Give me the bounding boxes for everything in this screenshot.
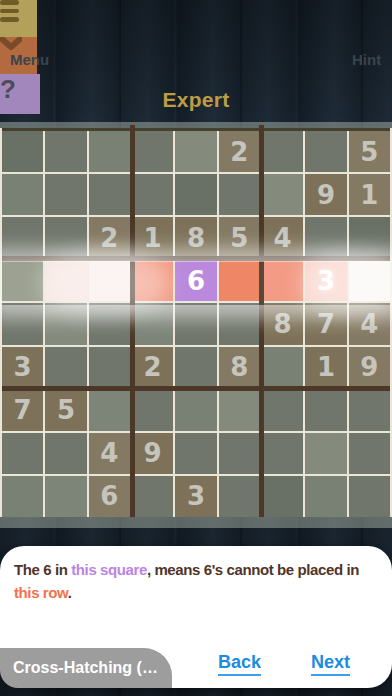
tutorial-text-highlight-orange: this row bbox=[14, 584, 68, 601]
lesson-name-label: Cross-Hatching (… bbox=[13, 659, 158, 677]
sudoku-cell-r2c5[interactable] bbox=[175, 174, 216, 215]
menu-button[interactable] bbox=[0, 0, 37, 37]
sudoku-cell-r9c3[interactable]: 6 bbox=[89, 476, 130, 517]
sudoku-cell-r2c6[interactable] bbox=[219, 174, 260, 215]
sudoku-cell-r2c4[interactable] bbox=[132, 174, 173, 215]
sudoku-cell-r5c6[interactable] bbox=[219, 303, 260, 344]
sudoku-cell-r7c6[interactable] bbox=[219, 390, 260, 431]
sudoku-cell-r9c4[interactable] bbox=[132, 476, 173, 517]
sudoku-cell-r6c4[interactable]: 2 bbox=[132, 347, 173, 388]
tutorial-text-part: . bbox=[68, 584, 72, 601]
sudoku-cell-r8c5[interactable] bbox=[175, 433, 216, 474]
sudoku-cell-r1c3[interactable] bbox=[89, 131, 130, 172]
sudoku-cell-r9c5[interactable]: 3 bbox=[175, 476, 216, 517]
sudoku-cell-r6c1[interactable]: 3 bbox=[2, 347, 43, 388]
sudoku-cell-r3c5[interactable]: 8 bbox=[175, 217, 216, 258]
tutorial-panel: The 6 in this square, means 6's cannot b… bbox=[0, 546, 392, 688]
next-button[interactable]: Next bbox=[311, 652, 350, 676]
sudoku-cell-r2c2[interactable] bbox=[45, 174, 86, 215]
sudoku-cell-r5c8[interactable]: 7 bbox=[305, 303, 346, 344]
tutorial-text-highlight-purple: this square bbox=[71, 561, 147, 578]
sudoku-cell-r3c1[interactable] bbox=[2, 217, 43, 258]
tutorial-text-part: , means 6's cannot be placed in bbox=[147, 561, 359, 578]
sudoku-cell-r4c4[interactable] bbox=[132, 260, 173, 301]
sudoku-cell-r3c7[interactable]: 4 bbox=[262, 217, 303, 258]
sudoku-cell-r5c2[interactable] bbox=[45, 303, 86, 344]
sudoku-cell-r4c5[interactable]: 6 bbox=[175, 260, 216, 301]
sudoku-cell-r2c3[interactable] bbox=[89, 174, 130, 215]
sudoku-cell-r6c6[interactable]: 8 bbox=[219, 347, 260, 388]
sudoku-cell-r3c8[interactable] bbox=[305, 217, 346, 258]
sudoku-cell-r2c8[interactable]: 9 bbox=[305, 174, 346, 215]
sudoku-cell-r9c2[interactable] bbox=[45, 476, 86, 517]
sudoku-cell-r5c1[interactable] bbox=[2, 303, 43, 344]
sudoku-cell-r8c6[interactable] bbox=[219, 433, 260, 474]
sudoku-cell-r4c7[interactable] bbox=[262, 260, 303, 301]
sudoku-cell-r7c7[interactable] bbox=[262, 390, 303, 431]
sudoku-cell-r3c2[interactable] bbox=[45, 217, 86, 258]
sudoku-cell-r9c6[interactable] bbox=[219, 476, 260, 517]
difficulty-title: Expert bbox=[0, 88, 392, 112]
back-button[interactable]: Back bbox=[218, 652, 261, 676]
menu-button-label: Menu bbox=[10, 51, 49, 68]
sudoku-cell-r3c6[interactable]: 5 bbox=[219, 217, 260, 258]
sudoku-cell-r1c4[interactable] bbox=[132, 131, 173, 172]
sudoku-cell-r8c1[interactable] bbox=[2, 433, 43, 474]
sudoku-cell-r1c1[interactable] bbox=[2, 131, 43, 172]
sudoku-cell-r3c9[interactable] bbox=[349, 217, 390, 258]
sudoku-cell-r7c4[interactable] bbox=[132, 390, 173, 431]
sudoku-cell-r5c5[interactable] bbox=[175, 303, 216, 344]
sudoku-cell-r2c7[interactable] bbox=[262, 174, 303, 215]
sudoku-cell-r8c4[interactable]: 9 bbox=[132, 433, 173, 474]
sudoku-cell-r6c7[interactable] bbox=[262, 347, 303, 388]
sudoku-cell-r5c7[interactable]: 8 bbox=[262, 303, 303, 344]
sudoku-cell-r9c9[interactable] bbox=[349, 476, 390, 517]
sudoku-cell-r4c1[interactable] bbox=[2, 260, 43, 301]
sudoku-cell-r4c8[interactable]: 3 bbox=[305, 260, 346, 301]
sudoku-cell-r6c9[interactable]: 9 bbox=[349, 347, 390, 388]
lesson-name-tab[interactable]: Cross-Hatching (… bbox=[0, 648, 172, 688]
sudoku-cell-r5c3[interactable] bbox=[89, 303, 130, 344]
sudoku-cell-r6c8[interactable]: 1 bbox=[305, 347, 346, 388]
sudoku-board: 2591218546387432819754963 bbox=[0, 122, 392, 528]
sudoku-cell-r5c4[interactable] bbox=[132, 303, 173, 344]
sudoku-cell-r8c9[interactable] bbox=[349, 433, 390, 474]
sudoku-cell-r8c3[interactable]: 4 bbox=[89, 433, 130, 474]
sudoku-cell-r1c7[interactable] bbox=[262, 131, 303, 172]
sudoku-cell-r9c1[interactable] bbox=[2, 476, 43, 517]
sudoku-cell-r7c9[interactable] bbox=[349, 390, 390, 431]
sudoku-cell-r9c8[interactable] bbox=[305, 476, 346, 517]
sudoku-cell-r6c2[interactable] bbox=[45, 347, 86, 388]
sudoku-cell-r2c9[interactable]: 1 bbox=[349, 174, 390, 215]
sudoku-cell-r4c9[interactable] bbox=[349, 260, 390, 301]
sudoku-cell-r1c8[interactable] bbox=[305, 131, 346, 172]
sudoku-grid: 2591218546387432819754963 bbox=[2, 128, 390, 517]
sudoku-cell-r7c8[interactable] bbox=[305, 390, 346, 431]
sudoku-cell-r1c9[interactable]: 5 bbox=[349, 131, 390, 172]
sudoku-cell-r5c9[interactable]: 4 bbox=[349, 303, 390, 344]
sudoku-cell-r1c5[interactable] bbox=[175, 131, 216, 172]
sudoku-cell-r6c3[interactable] bbox=[89, 347, 130, 388]
sudoku-cell-r1c6[interactable]: 2 bbox=[219, 131, 260, 172]
sudoku-cell-r4c2[interactable] bbox=[45, 260, 86, 301]
hint-button-label: Hint bbox=[352, 51, 381, 68]
tutorial-nav: Back Next bbox=[218, 652, 350, 676]
sudoku-cell-r2c1[interactable] bbox=[2, 174, 43, 215]
sudoku-cell-r7c5[interactable] bbox=[175, 390, 216, 431]
sudoku-cell-r8c2[interactable] bbox=[45, 433, 86, 474]
tutorial-text: The 6 in this square, means 6's cannot b… bbox=[14, 558, 378, 605]
tutorial-text-part: The 6 in bbox=[14, 561, 71, 578]
sudoku-cell-r8c8[interactable] bbox=[305, 433, 346, 474]
sudoku-cell-r4c3[interactable] bbox=[89, 260, 130, 301]
sudoku-cell-r3c4[interactable]: 1 bbox=[132, 217, 173, 258]
sudoku-cell-r6c5[interactable] bbox=[175, 347, 216, 388]
sudoku-cell-r3c3[interactable]: 2 bbox=[89, 217, 130, 258]
sudoku-cell-r4c6[interactable] bbox=[219, 260, 260, 301]
sudoku-cell-r1c2[interactable] bbox=[45, 131, 86, 172]
hamburger-icon bbox=[0, 0, 37, 22]
sudoku-cell-r8c7[interactable] bbox=[262, 433, 303, 474]
sudoku-cell-r7c1[interactable]: 7 bbox=[2, 390, 43, 431]
chevron-down-icon bbox=[0, 37, 22, 51]
sudoku-cell-r7c2[interactable]: 5 bbox=[45, 390, 86, 431]
sudoku-cell-r7c3[interactable] bbox=[89, 390, 130, 431]
sudoku-cell-r9c7[interactable] bbox=[262, 476, 303, 517]
